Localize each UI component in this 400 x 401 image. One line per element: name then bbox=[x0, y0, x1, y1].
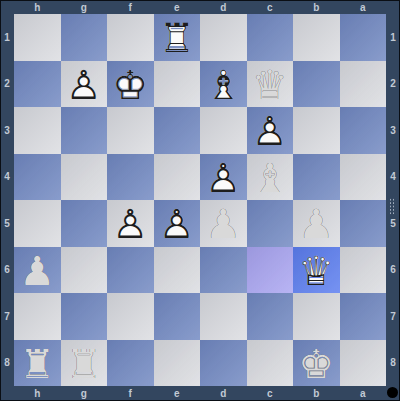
rank-right-label-2: 2 bbox=[386, 61, 400, 108]
white-king-f2[interactable]: ♚♔ bbox=[107, 61, 154, 108]
rank-left-label-4: 4 bbox=[0, 154, 14, 201]
black-bishop-c4[interactable]: ♝♝ bbox=[247, 154, 294, 201]
square-e6[interactable] bbox=[154, 247, 201, 294]
black-pawn-b5[interactable]: ♟♟ bbox=[293, 200, 340, 247]
white-pawn-d4[interactable]: ♟♙ bbox=[200, 154, 247, 201]
square-g3[interactable] bbox=[61, 107, 108, 154]
square-f2[interactable]: ♚♔ bbox=[107, 61, 154, 108]
square-f3[interactable] bbox=[107, 107, 154, 154]
square-c3[interactable]: ♟♙ bbox=[247, 107, 294, 154]
white-pawn-c3[interactable]: ♟♙ bbox=[247, 107, 294, 154]
white-king-outline: ♔ bbox=[107, 62, 154, 109]
white-pawn-outline: ♙ bbox=[200, 155, 247, 202]
white-rook-outline: ♖ bbox=[154, 15, 201, 62]
file-top-label-f: f bbox=[107, 0, 154, 14]
rank-right-label-4: 4 bbox=[386, 154, 400, 201]
rank-right-label-6: 6 bbox=[386, 247, 400, 294]
rank-left-label-1: 1 bbox=[0, 14, 14, 61]
square-b1[interactable] bbox=[293, 14, 340, 61]
white-pawn-fill: ♟ bbox=[107, 201, 154, 248]
file-labels-bottom: hgfedcba bbox=[14, 386, 386, 401]
file-bottom-label-c: c bbox=[247, 386, 294, 401]
square-g5[interactable] bbox=[61, 200, 108, 247]
white-pawn-fill: ♟ bbox=[154, 201, 201, 248]
black-rook-fill: ♜ bbox=[14, 341, 61, 388]
white-rook-e1[interactable]: ♜♖ bbox=[154, 14, 201, 61]
square-h2[interactable] bbox=[14, 61, 61, 108]
white-pawn-fill: ♟ bbox=[61, 62, 108, 109]
square-b2[interactable] bbox=[293, 61, 340, 108]
rank-left-label-5: 5 bbox=[0, 200, 14, 247]
square-e5[interactable]: ♟♙ bbox=[154, 200, 201, 247]
black-rook-h8[interactable]: ♜♜ bbox=[14, 340, 61, 387]
square-f4[interactable] bbox=[107, 154, 154, 201]
rank-left-label-2: 2 bbox=[0, 61, 14, 108]
file-bottom-label-f: f bbox=[107, 386, 154, 401]
square-f5[interactable]: ♟♙ bbox=[107, 200, 154, 247]
square-a7[interactable] bbox=[340, 293, 387, 340]
file-bottom-label-h: h bbox=[14, 386, 61, 401]
rank-left-label-6: 6 bbox=[0, 247, 14, 294]
square-b4[interactable] bbox=[293, 154, 340, 201]
white-pawn-outline: ♙ bbox=[247, 108, 294, 155]
rank-right-label-8: 8 bbox=[386, 340, 400, 387]
file-top-label-a: a bbox=[340, 0, 387, 14]
square-f8[interactable] bbox=[107, 340, 154, 387]
square-a3[interactable] bbox=[340, 107, 387, 154]
white-pawn-fill: ♟ bbox=[200, 155, 247, 202]
black-bishop-fill: ♝ bbox=[247, 155, 294, 202]
square-g6[interactable] bbox=[61, 247, 108, 294]
white-pawn-f5[interactable]: ♟♙ bbox=[107, 200, 154, 247]
file-top-label-c: c bbox=[247, 0, 294, 14]
square-d1[interactable] bbox=[200, 14, 247, 61]
square-a4[interactable] bbox=[340, 154, 387, 201]
chess-board: ♜♖♟♙♚♔♝♗♛♛♟♙♟♙♝♝♟♙♟♙♟♟♟♟♟♟♛♕♜♜♜♜♚♚ bbox=[14, 14, 386, 386]
square-h6[interactable]: ♟♟ bbox=[14, 247, 61, 294]
black-bishop-outline: ♝ bbox=[247, 155, 294, 202]
white-bishop-outline: ♗ bbox=[200, 62, 247, 109]
white-pawn-e5[interactable]: ♟♙ bbox=[154, 200, 201, 247]
black-king-fill: ♚ bbox=[293, 341, 340, 388]
square-f1[interactable] bbox=[107, 14, 154, 61]
square-b3[interactable] bbox=[293, 107, 340, 154]
file-top-label-e: e bbox=[154, 0, 201, 14]
black-pawn-fill: ♟ bbox=[14, 248, 61, 295]
white-bishop-fill: ♝ bbox=[200, 62, 247, 109]
square-e4[interactable] bbox=[154, 154, 201, 201]
white-queen-b6[interactable]: ♛♕ bbox=[293, 247, 340, 294]
square-d6[interactable] bbox=[200, 247, 247, 294]
black-king-b8[interactable]: ♚♚ bbox=[293, 340, 340, 387]
black-queen-fill: ♛ bbox=[247, 62, 294, 109]
file-bottom-label-b: b bbox=[293, 386, 340, 401]
square-e8[interactable] bbox=[154, 340, 201, 387]
square-b5[interactable]: ♟♟ bbox=[293, 200, 340, 247]
black-queen-outline: ♛ bbox=[247, 62, 294, 109]
square-b6[interactable]: ♛♕ bbox=[293, 247, 340, 294]
square-c6[interactable] bbox=[247, 247, 294, 294]
file-top-label-g: g bbox=[61, 0, 108, 14]
square-d8[interactable] bbox=[200, 340, 247, 387]
black-pawn-outline: ♟ bbox=[14, 248, 61, 295]
square-g4[interactable] bbox=[61, 154, 108, 201]
square-h1[interactable] bbox=[14, 14, 61, 61]
black-king-outline: ♚ bbox=[293, 341, 340, 388]
white-bishop-d2[interactable]: ♝♗ bbox=[200, 61, 247, 108]
file-bottom-label-g: g bbox=[61, 386, 108, 401]
square-g7[interactable] bbox=[61, 293, 108, 340]
white-pawn-g2[interactable]: ♟♙ bbox=[61, 61, 108, 108]
square-g2[interactable]: ♟♙ bbox=[61, 61, 108, 108]
square-f6[interactable] bbox=[107, 247, 154, 294]
square-f7[interactable] bbox=[107, 293, 154, 340]
square-d5[interactable]: ♟♟ bbox=[200, 200, 247, 247]
rank-right-label-3: 3 bbox=[386, 107, 400, 154]
rank-labels-left: 12345678 bbox=[0, 14, 14, 386]
square-e1[interactable]: ♜♖ bbox=[154, 14, 201, 61]
black-rook-outline: ♜ bbox=[14, 341, 61, 388]
file-top-label-d: d bbox=[200, 0, 247, 14]
square-b7[interactable] bbox=[293, 293, 340, 340]
square-b8[interactable]: ♚♚ bbox=[293, 340, 340, 387]
white-pawn-outline: ♙ bbox=[61, 62, 108, 109]
black-pawn-outline: ♟ bbox=[293, 201, 340, 248]
square-g8[interactable]: ♜♜ bbox=[61, 340, 108, 387]
white-pawn-outline: ♙ bbox=[154, 201, 201, 248]
black-queen-c2[interactable]: ♛♛ bbox=[247, 61, 294, 108]
black-pawn-fill: ♟ bbox=[293, 201, 340, 248]
white-rook-fill: ♜ bbox=[154, 15, 201, 62]
black-to-move-indicator-icon bbox=[387, 387, 398, 398]
file-bottom-label-e: e bbox=[154, 386, 201, 401]
rank-left-label-3: 3 bbox=[0, 107, 14, 154]
square-d3[interactable] bbox=[200, 107, 247, 154]
square-c7[interactable] bbox=[247, 293, 294, 340]
square-g1[interactable] bbox=[61, 14, 108, 61]
square-h7[interactable] bbox=[14, 293, 61, 340]
black-pawn-h6[interactable]: ♟♟ bbox=[14, 247, 61, 294]
file-bottom-label-d: d bbox=[200, 386, 247, 401]
square-c5[interactable] bbox=[247, 200, 294, 247]
file-top-label-b: b bbox=[293, 0, 340, 14]
square-e3[interactable] bbox=[154, 107, 201, 154]
square-c2[interactable]: ♛♛ bbox=[247, 61, 294, 108]
square-c4[interactable]: ♝♝ bbox=[247, 154, 294, 201]
square-e7[interactable] bbox=[154, 293, 201, 340]
square-c1[interactable] bbox=[247, 14, 294, 61]
chess-board-panel: hgfedcba hgfedcba 12345678 12345678 ♜♖♟♙… bbox=[0, 0, 400, 401]
white-king-fill: ♚ bbox=[107, 62, 154, 109]
rank-left-label-7: 7 bbox=[0, 293, 14, 340]
black-rook-outline: ♜ bbox=[61, 341, 108, 388]
black-pawn-fill: ♟ bbox=[200, 201, 247, 248]
square-d4[interactable]: ♟♙ bbox=[200, 154, 247, 201]
file-top-label-h: h bbox=[14, 0, 61, 14]
white-queen-outline: ♕ bbox=[293, 248, 340, 295]
square-h4[interactable] bbox=[14, 154, 61, 201]
square-a8[interactable] bbox=[340, 340, 387, 387]
white-pawn-fill: ♟ bbox=[247, 108, 294, 155]
board-resize-handle-icon[interactable] bbox=[389, 198, 396, 215]
square-d7[interactable] bbox=[200, 293, 247, 340]
square-c8[interactable] bbox=[247, 340, 294, 387]
square-a5[interactable] bbox=[340, 200, 387, 247]
square-d2[interactable]: ♝♗ bbox=[200, 61, 247, 108]
square-h3[interactable] bbox=[14, 107, 61, 154]
file-labels-top: hgfedcba bbox=[14, 0, 386, 14]
rank-right-label-1: 1 bbox=[386, 14, 400, 61]
white-pawn-outline: ♙ bbox=[107, 201, 154, 248]
rank-right-label-7: 7 bbox=[386, 293, 400, 340]
file-bottom-label-a: a bbox=[340, 386, 387, 401]
white-queen-fill: ♛ bbox=[293, 248, 340, 295]
square-h8[interactable]: ♜♜ bbox=[14, 340, 61, 387]
square-a1[interactable] bbox=[340, 14, 387, 61]
square-a6[interactable] bbox=[340, 247, 387, 294]
rank-left-label-8: 8 bbox=[0, 340, 14, 387]
square-a2[interactable] bbox=[340, 61, 387, 108]
black-rook-g8[interactable]: ♜♜ bbox=[61, 340, 108, 387]
black-rook-fill: ♜ bbox=[61, 341, 108, 388]
black-pawn-outline: ♟ bbox=[200, 201, 247, 248]
black-pawn-d5[interactable]: ♟♟ bbox=[200, 200, 247, 247]
square-e2[interactable] bbox=[154, 61, 201, 108]
square-h5[interactable] bbox=[14, 200, 61, 247]
